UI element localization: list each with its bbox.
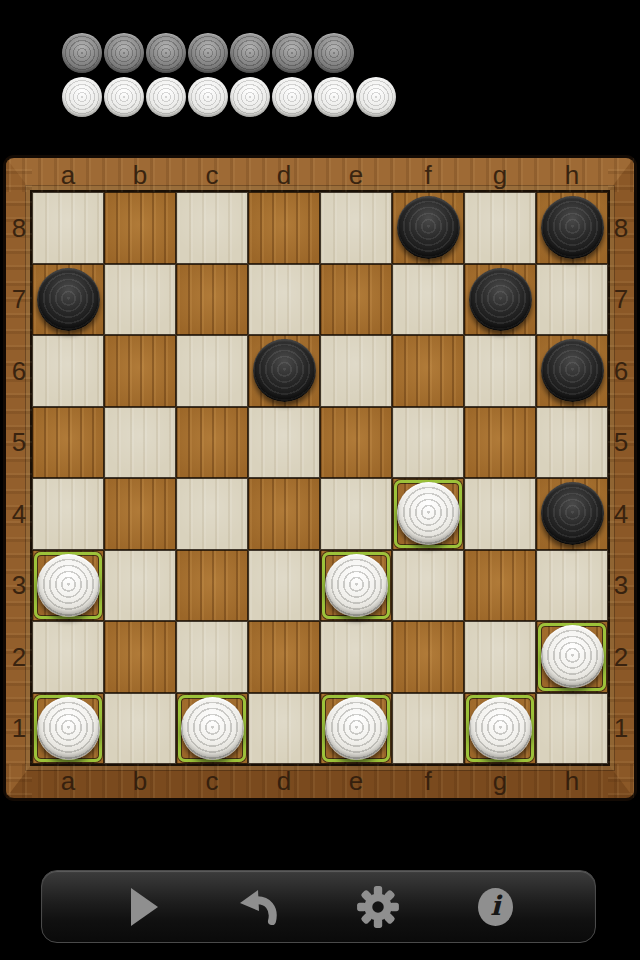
rank-label: 3 bbox=[608, 550, 634, 622]
file-label: b bbox=[104, 158, 176, 192]
square-d4[interactable] bbox=[248, 478, 320, 550]
black-checker-f8[interactable] bbox=[397, 196, 460, 259]
square-a6[interactable] bbox=[32, 335, 104, 407]
square-f6[interactable] bbox=[392, 335, 464, 407]
rank-label: 2 bbox=[6, 621, 32, 693]
square-g7[interactable] bbox=[464, 264, 536, 336]
square-c3[interactable] bbox=[176, 550, 248, 622]
file-label: e bbox=[320, 764, 392, 798]
square-h2[interactable] bbox=[536, 621, 608, 693]
square-e4[interactable] bbox=[320, 478, 392, 550]
rank-label: 7 bbox=[6, 264, 32, 336]
toolbar: i bbox=[41, 870, 596, 943]
file-label: h bbox=[536, 158, 608, 192]
tray-piece-black bbox=[188, 33, 228, 73]
square-c7[interactable] bbox=[176, 264, 248, 336]
file-label: a bbox=[32, 764, 104, 798]
square-h8[interactable] bbox=[536, 192, 608, 264]
white-checker-e1[interactable] bbox=[325, 697, 388, 760]
square-g8[interactable] bbox=[464, 192, 536, 264]
white-checker-a3[interactable] bbox=[37, 554, 100, 617]
square-c4[interactable] bbox=[176, 478, 248, 550]
square-f8[interactable] bbox=[392, 192, 464, 264]
tray-piece-black bbox=[62, 33, 102, 73]
square-b7[interactable] bbox=[104, 264, 176, 336]
file-label: b bbox=[104, 764, 176, 798]
rank-label: 7 bbox=[608, 264, 634, 336]
tray-piece-black bbox=[230, 33, 270, 73]
square-d3[interactable] bbox=[248, 550, 320, 622]
info-icon: i bbox=[478, 888, 513, 926]
square-d2[interactable] bbox=[248, 621, 320, 693]
rank-label: 8 bbox=[608, 192, 634, 264]
file-label: e bbox=[320, 158, 392, 192]
square-e6[interactable] bbox=[320, 335, 392, 407]
square-g6[interactable] bbox=[464, 335, 536, 407]
square-e5[interactable] bbox=[320, 407, 392, 479]
white-checker-h2[interactable] bbox=[541, 625, 604, 688]
rank-label: 2 bbox=[608, 621, 634, 693]
square-b3[interactable] bbox=[104, 550, 176, 622]
black-checker-a7[interactable] bbox=[37, 268, 100, 331]
square-g2[interactable] bbox=[464, 621, 536, 693]
file-labels-bottom: abcdefgh bbox=[32, 764, 608, 798]
checkers-board bbox=[32, 192, 608, 764]
rank-labels-right: 87654321 bbox=[608, 192, 634, 764]
square-a3[interactable] bbox=[32, 550, 104, 622]
file-label: f bbox=[392, 764, 464, 798]
file-labels-top: abcdefgh bbox=[32, 158, 608, 192]
square-g4[interactable] bbox=[464, 478, 536, 550]
tray-piece-black bbox=[314, 33, 354, 73]
file-label: f bbox=[392, 158, 464, 192]
square-h6[interactable] bbox=[536, 335, 608, 407]
file-label: h bbox=[536, 764, 608, 798]
square-e7[interactable] bbox=[320, 264, 392, 336]
rank-label: 4 bbox=[6, 478, 32, 550]
white-checker-g1[interactable] bbox=[469, 697, 532, 760]
square-g3[interactable] bbox=[464, 550, 536, 622]
white-checker-a1[interactable] bbox=[37, 697, 100, 760]
square-a2[interactable] bbox=[32, 621, 104, 693]
square-d1[interactable] bbox=[248, 693, 320, 765]
square-e8[interactable] bbox=[320, 192, 392, 264]
rank-label: 1 bbox=[6, 693, 32, 765]
file-label: g bbox=[464, 158, 536, 192]
square-g1[interactable] bbox=[464, 693, 536, 765]
square-f4[interactable] bbox=[392, 478, 464, 550]
square-a1[interactable] bbox=[32, 693, 104, 765]
tray-piece-black bbox=[146, 33, 186, 73]
square-e2[interactable] bbox=[320, 621, 392, 693]
tray-piece-white bbox=[146, 77, 186, 117]
square-b2[interactable] bbox=[104, 621, 176, 693]
rank-label: 5 bbox=[608, 407, 634, 479]
black-checker-h6[interactable] bbox=[541, 339, 604, 402]
square-c8[interactable] bbox=[176, 192, 248, 264]
rank-label: 4 bbox=[608, 478, 634, 550]
white-checker-f4[interactable] bbox=[397, 482, 460, 545]
rank-label: 8 bbox=[6, 192, 32, 264]
square-f5[interactable] bbox=[392, 407, 464, 479]
square-h1[interactable] bbox=[536, 693, 608, 765]
tray-piece-black bbox=[272, 33, 312, 73]
file-label: d bbox=[248, 764, 320, 798]
black-checker-g7[interactable] bbox=[469, 268, 532, 331]
rank-labels-left: 87654321 bbox=[6, 192, 32, 764]
square-d6[interactable] bbox=[248, 335, 320, 407]
black-checker-d6[interactable] bbox=[253, 339, 316, 402]
tray-piece-white bbox=[188, 77, 228, 117]
square-d8[interactable] bbox=[248, 192, 320, 264]
rank-label: 6 bbox=[6, 335, 32, 407]
square-a4[interactable] bbox=[32, 478, 104, 550]
square-e3[interactable] bbox=[320, 550, 392, 622]
info-icon-letter: i bbox=[490, 892, 500, 919]
piece-tray bbox=[62, 33, 396, 121]
square-h5[interactable] bbox=[536, 407, 608, 479]
square-g5[interactable] bbox=[464, 407, 536, 479]
square-h4[interactable] bbox=[536, 478, 608, 550]
file-label: a bbox=[32, 158, 104, 192]
rank-label: 3 bbox=[6, 550, 32, 622]
square-c1[interactable] bbox=[176, 693, 248, 765]
white-pieces-tray-row bbox=[62, 77, 396, 117]
square-a5[interactable] bbox=[32, 407, 104, 479]
white-checker-e3[interactable] bbox=[325, 554, 388, 617]
tray-piece-white bbox=[314, 77, 354, 117]
settings-button[interactable] bbox=[355, 884, 401, 930]
square-f2[interactable] bbox=[392, 621, 464, 693]
play-button[interactable] bbox=[119, 884, 165, 930]
file-label: d bbox=[248, 158, 320, 192]
tray-piece-black bbox=[104, 33, 144, 73]
file-label: g bbox=[464, 764, 536, 798]
square-d5[interactable] bbox=[248, 407, 320, 479]
tray-piece-white bbox=[62, 77, 102, 117]
square-h3[interactable] bbox=[536, 550, 608, 622]
file-label: c bbox=[176, 158, 248, 192]
file-label: c bbox=[176, 764, 248, 798]
black-checker-h4[interactable] bbox=[541, 482, 604, 545]
white-checker-c1[interactable] bbox=[181, 697, 244, 760]
square-f7[interactable] bbox=[392, 264, 464, 336]
square-a8[interactable] bbox=[32, 192, 104, 264]
info-button[interactable]: i bbox=[473, 884, 519, 930]
square-b6[interactable] bbox=[104, 335, 176, 407]
undo-icon bbox=[237, 884, 283, 930]
black-checker-h8[interactable] bbox=[541, 196, 604, 259]
app-screen: abcdefgh abcdefgh 87654321 87654321 bbox=[0, 0, 640, 960]
square-c2[interactable] bbox=[176, 621, 248, 693]
rank-label: 1 bbox=[608, 693, 634, 765]
tray-piece-white bbox=[104, 77, 144, 117]
square-b4[interactable] bbox=[104, 478, 176, 550]
rank-label: 5 bbox=[6, 407, 32, 479]
square-c6[interactable] bbox=[176, 335, 248, 407]
square-b8[interactable] bbox=[104, 192, 176, 264]
rank-label: 6 bbox=[608, 335, 634, 407]
black-pieces-tray-row bbox=[62, 33, 396, 73]
square-a7[interactable] bbox=[32, 264, 104, 336]
square-e1[interactable] bbox=[320, 693, 392, 765]
tray-piece-white bbox=[272, 77, 312, 117]
play-icon bbox=[131, 888, 158, 926]
square-c5[interactable] bbox=[176, 407, 248, 479]
square-f3[interactable] bbox=[392, 550, 464, 622]
square-h7[interactable] bbox=[536, 264, 608, 336]
tray-piece-white bbox=[356, 77, 396, 117]
undo-button[interactable] bbox=[237, 884, 283, 930]
square-b1[interactable] bbox=[104, 693, 176, 765]
board-frame: abcdefgh abcdefgh 87654321 87654321 bbox=[6, 158, 634, 798]
gear-icon bbox=[355, 884, 401, 930]
square-f1[interactable] bbox=[392, 693, 464, 765]
square-d7[interactable] bbox=[248, 264, 320, 336]
square-b5[interactable] bbox=[104, 407, 176, 479]
tray-piece-white bbox=[230, 77, 270, 117]
